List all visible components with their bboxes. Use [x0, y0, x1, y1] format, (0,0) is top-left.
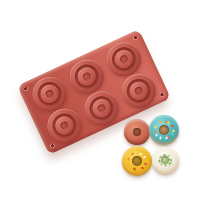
sprinkle — [163, 154, 166, 156]
sprinkle — [171, 125, 175, 128]
sprinkle — [167, 121, 170, 125]
sprinkle — [164, 163, 167, 167]
sprinkle — [159, 136, 162, 139]
sprinkle — [159, 121, 162, 123]
donut-hole — [132, 156, 142, 166]
sprinkle — [168, 162, 171, 165]
donut-hole — [159, 125, 169, 135]
sprinkle — [139, 153, 142, 155]
sprinkle — [155, 133, 158, 136]
donut-teal-sprinkles — [149, 115, 179, 145]
sprinkle — [153, 126, 156, 130]
sprinkle — [164, 136, 167, 140]
sprinkle — [141, 167, 144, 169]
sprinkle — [143, 155, 147, 158]
sprinkle — [160, 162, 163, 165]
donut-yellow-sprinkles — [122, 146, 152, 176]
sprinkle — [171, 132, 174, 135]
sprinkle — [144, 162, 148, 165]
donut-plain — [124, 119, 150, 145]
sprinkle — [131, 152, 134, 156]
donut-hole — [133, 128, 141, 136]
sprinkle — [167, 154, 171, 157]
sprinkle — [127, 158, 130, 161]
decorated-donuts-group — [0, 0, 200, 200]
sprinkle — [127, 162, 130, 165]
product-photo — [0, 0, 200, 200]
sprinkle — [133, 167, 136, 171]
donut-white-green — [152, 147, 179, 174]
sprinkle — [169, 158, 173, 161]
